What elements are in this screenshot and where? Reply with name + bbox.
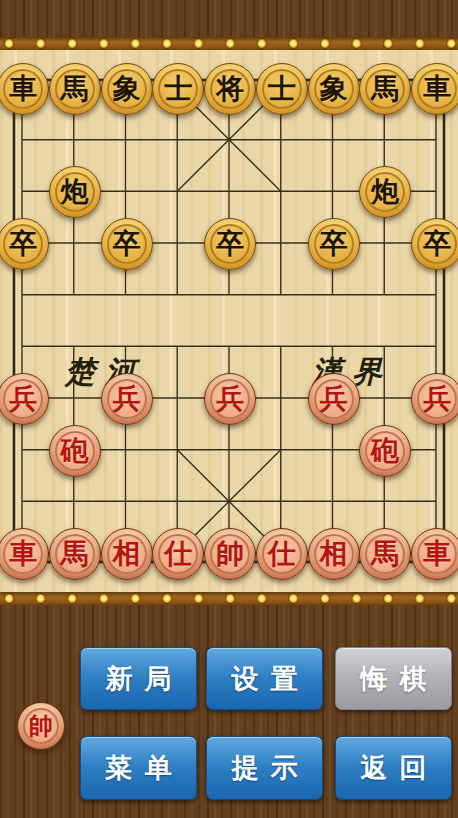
- piece-red-horse[interactable]: 馬: [49, 528, 101, 580]
- piece-char: 士: [164, 75, 192, 103]
- piece-black-chariot[interactable]: 車: [411, 63, 458, 115]
- piece-red-soldier[interactable]: 兵: [308, 373, 360, 425]
- piece-char: 卒: [9, 230, 37, 258]
- piece-black-general[interactable]: 将: [204, 63, 256, 115]
- piece-char: 卒: [320, 230, 348, 258]
- piece-red-elephant[interactable]: 相: [308, 528, 360, 580]
- piece-char: 相: [113, 540, 141, 568]
- piece-black-soldier[interactable]: 卒: [204, 218, 256, 270]
- piece-char: 象: [320, 75, 348, 103]
- piece-char: 砲: [371, 437, 399, 465]
- back-button[interactable]: 返回: [335, 736, 452, 800]
- piece-black-elephant[interactable]: 象: [101, 63, 153, 115]
- piece-char: 馬: [61, 75, 89, 103]
- turn-indicator-red-general: 帥: [17, 702, 65, 750]
- piece-char: 卒: [113, 230, 141, 258]
- piece-char: 帥: [216, 540, 244, 568]
- piece-red-advisor[interactable]: 仕: [256, 528, 308, 580]
- hint-button[interactable]: 提示: [206, 736, 323, 800]
- xiangqi-app: 楚河 漢界 車馬象士将士象馬車炮炮卒卒卒卒卒兵兵兵兵兵砲砲車馬相仕帥仕相馬車 帥…: [0, 0, 458, 818]
- piece-black-soldier[interactable]: 卒: [101, 218, 153, 270]
- piece-black-horse[interactable]: 馬: [359, 63, 411, 115]
- piece-char: 炮: [61, 178, 89, 206]
- piece-char: 馬: [371, 540, 399, 568]
- piece-red-general[interactable]: 帥: [204, 528, 256, 580]
- piece-red-chariot[interactable]: 車: [411, 528, 458, 580]
- xiangqi-board[interactable]: 楚河 漢界 車馬象士将士象馬車炮炮卒卒卒卒卒兵兵兵兵兵砲砲車馬相仕帥仕相馬車: [0, 50, 458, 592]
- piece-char: 馬: [371, 75, 399, 103]
- piece-black-advisor[interactable]: 士: [256, 63, 308, 115]
- top-bronze-strip: [0, 37, 458, 50]
- piece-char: 兵: [423, 385, 451, 413]
- bottom-bronze-strip: [0, 592, 458, 605]
- piece-char: 卒: [423, 230, 451, 258]
- piece-red-horse[interactable]: 馬: [359, 528, 411, 580]
- new-game-button[interactable]: 新局: [80, 647, 197, 710]
- piece-char: 将: [216, 75, 244, 103]
- piece-red-cannon[interactable]: 砲: [49, 425, 101, 477]
- piece-char: 兵: [216, 385, 244, 413]
- piece-char: 炮: [371, 178, 399, 206]
- piece-char: 兵: [9, 385, 37, 413]
- piece-char: 車: [423, 540, 451, 568]
- piece-black-advisor[interactable]: 士: [152, 63, 204, 115]
- piece-char: 馬: [61, 540, 89, 568]
- rivet-studs-icon: [0, 592, 458, 605]
- piece-red-soldier[interactable]: 兵: [411, 373, 458, 425]
- piece-char: 車: [423, 75, 451, 103]
- undo-move-button[interactable]: 悔棋: [335, 647, 452, 710]
- piece-char: 仕: [164, 540, 192, 568]
- piece-char: 士: [268, 75, 296, 103]
- piece-char: 車: [9, 75, 37, 103]
- piece-char: 相: [320, 540, 348, 568]
- rivet-studs-icon: [0, 37, 458, 50]
- piece-char: 卒: [216, 230, 244, 258]
- settings-button[interactable]: 设置: [206, 647, 323, 710]
- piece-char: 砲: [61, 437, 89, 465]
- piece-char: 車: [9, 540, 37, 568]
- piece-red-soldier[interactable]: 兵: [101, 373, 153, 425]
- piece-red-advisor[interactable]: 仕: [152, 528, 204, 580]
- piece-red-cannon[interactable]: 砲: [359, 425, 411, 477]
- piece-black-soldier[interactable]: 卒: [308, 218, 360, 270]
- piece-black-horse[interactable]: 馬: [49, 63, 101, 115]
- piece-char: 象: [113, 75, 141, 103]
- piece-red-soldier[interactable]: 兵: [204, 373, 256, 425]
- menu-button[interactable]: 菜单: [80, 736, 197, 800]
- piece-char: 仕: [268, 540, 296, 568]
- piece-char: 兵: [113, 385, 141, 413]
- piece-black-soldier[interactable]: 卒: [411, 218, 458, 270]
- piece-black-elephant[interactable]: 象: [308, 63, 360, 115]
- piece-black-cannon[interactable]: 炮: [49, 166, 101, 218]
- board-grid: [0, 50, 458, 592]
- piece-red-elephant[interactable]: 相: [101, 528, 153, 580]
- turn-indicator-char: 帥: [29, 714, 53, 738]
- piece-char: 兵: [320, 385, 348, 413]
